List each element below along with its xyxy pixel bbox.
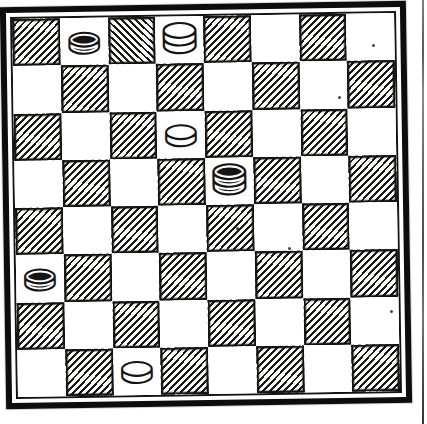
hatched-square-r2c8 [347,60,395,108]
square-10[interactable]: ⛀ [157,111,205,159]
square-11[interactable] [252,109,300,157]
hatched-square-r5c1 [15,207,63,255]
square-27[interactable] [255,298,303,346]
square-30[interactable]: ⛀ [113,347,161,395]
hatched-square-r6c6 [254,251,302,299]
board-grid: ⛂⛁⛀⛃⛂⛀ [12,13,400,397]
hatched-square-r1c3 [108,17,156,65]
hatched-square-r6c4 [159,252,207,300]
hatched-square-r3c7 [300,108,348,156]
square-19[interactable] [254,203,302,251]
square-1[interactable]: ⛂ [60,18,108,66]
square-12[interactable] [348,108,396,156]
square-15[interactable]: ⛃ [205,157,253,205]
hatched-square-r7c3 [112,300,160,348]
square-13[interactable] [14,160,62,208]
ink-speck-1 [372,44,375,47]
hatched-square-r2c4 [156,63,204,111]
ink-speck-2 [236,227,239,230]
piece-white-king-square-2[interactable]: ⛁ [160,16,198,62]
piece-black-man-square-21[interactable]: ⛂ [22,256,58,299]
hatched-square-r6c8 [350,249,398,297]
hatched-square-r8c8 [351,344,399,392]
hatched-square-r8c2 [65,348,113,396]
square-22[interactable] [111,253,159,301]
hatched-square-r4c2 [62,159,110,207]
square-20[interactable] [349,202,397,250]
square-4[interactable] [346,13,394,61]
square-9[interactable] [61,112,109,160]
hatched-square-r3c1 [14,113,62,161]
hatched-square-r5c5 [206,204,254,252]
square-5[interactable] [13,66,61,114]
hatched-square-r3c3 [109,111,157,159]
checkers-board: ⛂⛁⛀⛃⛂⛀ [0,1,412,409]
square-2[interactable]: ⛁ [155,16,203,64]
ink-speck-4 [390,310,393,313]
hatched-square-r5c7 [301,203,349,251]
hatched-square-r8c4 [160,347,208,395]
piece-white-man-square-30[interactable]: ⛀ [119,349,155,392]
square-31[interactable] [208,346,256,394]
hatched-square-r2c2 [61,65,109,113]
square-8[interactable] [299,61,347,109]
hatched-square-r1c1 [12,18,60,66]
hatched-square-r7c1 [17,302,65,350]
square-3[interactable] [251,15,299,63]
square-14[interactable] [110,159,158,207]
hatched-square-r6c2 [64,254,112,302]
ink-speck-3 [288,247,291,250]
square-6[interactable] [108,64,156,112]
square-7[interactable] [204,63,252,111]
hatched-square-r5c3 [111,206,159,254]
hatched-square-r4c8 [348,155,396,203]
square-17[interactable] [63,207,111,255]
piece-black-king-square-15[interactable]: ⛃ [210,157,248,203]
hatched-square-r4c6 [253,156,301,204]
piece-white-man-square-10[interactable]: ⛀ [163,112,199,155]
square-26[interactable] [160,299,208,347]
square-24[interactable] [302,250,350,298]
square-25[interactable] [64,301,112,349]
square-16[interactable] [301,156,349,204]
hatched-square-r7c7 [303,297,351,345]
ink-speck-5 [338,96,341,99]
square-28[interactable] [351,296,399,344]
piece-black-man-square-1[interactable]: ⛂ [66,19,102,62]
hatched-square-r3c5 [205,110,253,158]
hatched-square-r2c6 [252,62,300,110]
square-18[interactable] [158,205,206,253]
scanned-page: ⛂⛁⛀⛃⛂⛀ [0,0,427,424]
page-rule-artifact [422,0,424,424]
hatched-square-r1c5 [203,15,251,63]
square-29[interactable] [17,349,65,397]
hatched-square-r1c7 [299,14,347,62]
square-32[interactable] [304,344,352,392]
hatched-square-r4c4 [158,158,206,206]
board-inner-frame: ⛂⛁⛀⛃⛂⛀ [10,11,402,399]
square-23[interactable] [207,251,255,299]
square-21[interactable]: ⛂ [16,254,64,302]
hatched-square-r8c6 [256,345,304,393]
hatched-square-r7c5 [207,299,255,347]
